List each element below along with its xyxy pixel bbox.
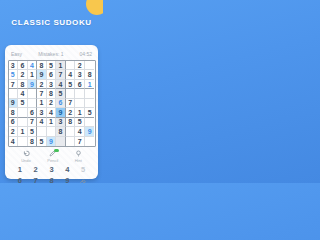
cell-r4c1[interactable] [9, 89, 19, 98]
status-bar: Easy Mistakes: 1 04:52 [5, 45, 98, 60]
cell-r9c5[interactable]: 9 [47, 137, 57, 146]
cell-r6c4[interactable]: 3 [37, 108, 47, 117]
eraser-key[interactable] [75, 175, 91, 183]
cell-r7c5[interactable]: 1 [47, 118, 57, 127]
pencil-icon [49, 150, 56, 157]
numpad-key-8[interactable]: 8 [44, 175, 60, 183]
cell-r7c6[interactable]: 3 [56, 118, 66, 127]
cell-r7c4[interactable]: 4 [37, 118, 47, 127]
cell-r5c3[interactable] [28, 99, 38, 108]
cell-r7c9[interactable] [85, 118, 95, 127]
cell-r3c7[interactable]: 5 [66, 80, 76, 89]
hint-button[interactable]: Hint [75, 150, 82, 163]
cell-r3c6[interactable]: 4 [56, 80, 66, 89]
cell-r9c8[interactable]: 7 [75, 137, 85, 146]
cell-r4c4[interactable]: 7 [37, 89, 47, 98]
cell-r6c6[interactable]: 9 [56, 108, 66, 117]
cell-r1c8[interactable]: 2 [75, 61, 85, 70]
pencil-button[interactable]: Pencil [47, 150, 58, 163]
cell-r7c1[interactable]: 6 [9, 118, 19, 127]
cell-r8c1[interactable]: 2 [9, 127, 19, 136]
cell-r5c9[interactable] [85, 99, 95, 108]
cell-r3c3[interactable]: 9 [28, 80, 38, 89]
cell-r4c8[interactable] [75, 89, 85, 98]
cell-r7c2[interactable] [18, 118, 28, 127]
number-pad: 123456789 [5, 163, 98, 183]
cell-r5c6[interactable]: 6 [56, 99, 66, 108]
cell-r5c1[interactable]: 9 [9, 99, 19, 108]
cell-r1c3[interactable]: 4 [28, 61, 38, 70]
timer: 04:52 [79, 51, 92, 57]
game-card: Easy Mistakes: 1 04:52 36485125219674387… [5, 45, 98, 179]
cell-r8c5[interactable] [47, 127, 57, 136]
cell-r7c8[interactable]: 5 [75, 118, 85, 127]
cell-r1c5[interactable]: 5 [47, 61, 57, 70]
cell-r6c3[interactable]: 6 [28, 108, 38, 117]
numpad-key-3[interactable]: 3 [44, 164, 60, 175]
pencil-label: Pencil [47, 158, 58, 163]
cell-r4c2[interactable]: 4 [18, 89, 28, 98]
cell-r5c7[interactable]: 7 [66, 99, 76, 108]
cell-r6c5[interactable]: 4 [47, 108, 57, 117]
cell-r8c6[interactable]: 8 [56, 127, 66, 136]
cell-r8c8[interactable]: 4 [75, 127, 85, 136]
cell-r5c5[interactable]: 2 [47, 99, 57, 108]
cell-r5c2[interactable]: 5 [18, 99, 28, 108]
cell-r8c2[interactable]: 1 [18, 127, 28, 136]
cell-r9c1[interactable]: 4 [9, 137, 19, 146]
cell-r4c9[interactable] [85, 89, 95, 98]
cell-r8c4[interactable] [37, 127, 47, 136]
cell-r8c3[interactable]: 5 [28, 127, 38, 136]
numpad-key-6[interactable]: 6 [12, 175, 28, 183]
cell-r5c8[interactable] [75, 99, 85, 108]
cell-r6c2[interactable] [18, 108, 28, 117]
cell-r8c9[interactable]: 9 [85, 127, 95, 136]
cell-r1c2[interactable]: 6 [18, 61, 28, 70]
cell-r3c9[interactable]: 1 [85, 80, 95, 89]
cell-r3c5[interactable]: 3 [47, 80, 57, 89]
cell-r3c4[interactable]: 2 [37, 80, 47, 89]
undo-icon [23, 150, 30, 157]
cell-r6c8[interactable]: 1 [75, 108, 85, 117]
cell-r3c8[interactable]: 6 [75, 80, 85, 89]
cell-r2c4[interactable]: 9 [37, 70, 47, 79]
undo-button[interactable]: Undo [21, 150, 31, 163]
numpad-key-5[interactable]: 5 [75, 164, 91, 175]
cell-r9c2[interactable] [18, 137, 28, 146]
cell-r1c6[interactable]: 1 [56, 61, 66, 70]
cell-r4c6[interactable]: 5 [56, 89, 66, 98]
cell-r2c2[interactable]: 2 [18, 70, 28, 79]
difficulty-label: Easy [11, 51, 22, 57]
cell-r8c7[interactable] [66, 127, 76, 136]
cell-r9c4[interactable]: 5 [37, 137, 47, 146]
cell-r1c1[interactable]: 3 [9, 61, 19, 70]
pencil-on-badge [54, 149, 59, 152]
cell-r1c4[interactable]: 8 [37, 61, 47, 70]
numpad-key-2[interactable]: 2 [28, 164, 44, 175]
mistakes-counter: Mistakes: 1 [38, 51, 63, 57]
cell-r9c6[interactable] [56, 137, 66, 146]
page-title: CLASSIC SUDOKU [11, 18, 91, 27]
cell-r9c3[interactable]: 8 [28, 137, 38, 146]
sudoku-board: 3648512521967438789234561478595126786349… [8, 60, 96, 147]
cell-r5c4[interactable]: 1 [37, 99, 47, 108]
cell-r6c9[interactable]: 5 [85, 108, 95, 117]
cell-r3c2[interactable]: 8 [18, 80, 28, 89]
cell-r6c7[interactable]: 2 [66, 108, 76, 117]
cell-r3c1[interactable]: 7 [9, 80, 19, 89]
cell-r1c9[interactable] [85, 61, 95, 70]
cell-r9c7[interactable] [66, 137, 76, 146]
cell-r2c6[interactable]: 7 [56, 70, 66, 79]
numpad-key-9[interactable]: 9 [59, 175, 75, 183]
cell-r4c3[interactable] [28, 89, 38, 98]
cell-r7c7[interactable]: 8 [66, 118, 76, 127]
cell-r2c3[interactable]: 1 [28, 70, 38, 79]
cell-r2c8[interactable]: 3 [75, 70, 85, 79]
cell-r6c1[interactable]: 8 [9, 108, 19, 117]
app-header: CLASSIC SUDOKU [0, 0, 103, 45]
cell-r7c3[interactable]: 7 [28, 118, 38, 127]
hint-label: Hint [75, 158, 82, 163]
cell-r2c9[interactable]: 8 [85, 70, 95, 79]
cell-r2c1[interactable]: 5 [9, 70, 19, 79]
numpad-key-1[interactable]: 1 [12, 164, 28, 175]
numpad-key-7[interactable]: 7 [28, 175, 44, 183]
cell-r9c9[interactable] [85, 137, 95, 146]
undo-label: Undo [21, 158, 31, 163]
cell-r4c7[interactable] [66, 89, 76, 98]
cell-r1c7[interactable] [66, 61, 76, 70]
hint-icon [75, 150, 82, 157]
numpad-key-4[interactable]: 4 [59, 164, 75, 175]
cell-r2c7[interactable]: 4 [66, 70, 76, 79]
cell-r4c5[interactable]: 8 [47, 89, 57, 98]
toolbar: Undo Pencil Hint [5, 147, 98, 163]
cell-r2c5[interactable]: 6 [47, 70, 57, 79]
